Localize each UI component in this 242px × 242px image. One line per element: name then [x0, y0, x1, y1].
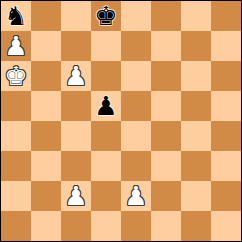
square-d2[interactable]	[91, 181, 121, 211]
square-d3[interactable]	[91, 151, 121, 181]
square-b6[interactable]	[31, 61, 61, 91]
square-g4[interactable]	[181, 121, 211, 151]
square-e7[interactable]	[121, 31, 151, 61]
piece-white-pawn[interactable]: ♟	[64, 181, 87, 211]
square-f6[interactable]	[151, 61, 181, 91]
square-a3[interactable]	[1, 151, 31, 181]
square-g2[interactable]	[181, 181, 211, 211]
square-d4[interactable]	[91, 121, 121, 151]
square-c2[interactable]: ♟	[61, 181, 91, 211]
square-h7[interactable]	[211, 31, 241, 61]
piece-black-knight[interactable]: ♞	[4, 1, 27, 31]
square-b8[interactable]	[31, 1, 61, 31]
square-f4[interactable]	[151, 121, 181, 151]
square-e4[interactable]	[121, 121, 151, 151]
square-a7[interactable]: ♟	[1, 31, 31, 61]
square-b3[interactable]	[31, 151, 61, 181]
square-f2[interactable]	[151, 181, 181, 211]
square-d8[interactable]: ♚	[91, 1, 121, 31]
square-g5[interactable]	[181, 91, 211, 121]
square-d6[interactable]	[91, 61, 121, 91]
square-b4[interactable]	[31, 121, 61, 151]
square-e3[interactable]	[121, 151, 151, 181]
square-d5[interactable]: ♟	[91, 91, 121, 121]
square-e5[interactable]	[121, 91, 151, 121]
square-c4[interactable]	[61, 121, 91, 151]
square-e1[interactable]	[121, 211, 151, 241]
square-h3[interactable]	[211, 151, 241, 181]
square-e6[interactable]	[121, 61, 151, 91]
square-c8[interactable]	[61, 1, 91, 31]
square-g6[interactable]	[181, 61, 211, 91]
square-a6[interactable]: ♚	[1, 61, 31, 91]
square-e2[interactable]: ♟	[121, 181, 151, 211]
square-a4[interactable]	[1, 121, 31, 151]
piece-white-pawn[interactable]: ♟	[4, 31, 27, 61]
piece-black-pawn[interactable]: ♟	[94, 91, 117, 121]
square-a1[interactable]	[1, 211, 31, 241]
piece-black-king[interactable]: ♚	[94, 1, 117, 31]
square-f8[interactable]	[151, 1, 181, 31]
square-g3[interactable]	[181, 151, 211, 181]
square-c1[interactable]	[61, 211, 91, 241]
square-b2[interactable]	[31, 181, 61, 211]
square-a2[interactable]	[1, 181, 31, 211]
square-c5[interactable]	[61, 91, 91, 121]
square-f7[interactable]	[151, 31, 181, 61]
square-f5[interactable]	[151, 91, 181, 121]
piece-white-pawn[interactable]: ♟	[64, 61, 87, 91]
square-b7[interactable]	[31, 31, 61, 61]
square-f1[interactable]	[151, 211, 181, 241]
chess-board: ♞♚♟♚♟♟♟♟	[0, 0, 242, 242]
piece-white-pawn[interactable]: ♟	[124, 181, 147, 211]
square-a5[interactable]	[1, 91, 31, 121]
piece-white-king[interactable]: ♚	[4, 61, 27, 91]
square-h4[interactable]	[211, 121, 241, 151]
square-c6[interactable]: ♟	[61, 61, 91, 91]
square-d7[interactable]	[91, 31, 121, 61]
square-e8[interactable]	[121, 1, 151, 31]
square-c3[interactable]	[61, 151, 91, 181]
square-h5[interactable]	[211, 91, 241, 121]
square-g1[interactable]	[181, 211, 211, 241]
square-g8[interactable]	[181, 1, 211, 31]
square-h8[interactable]	[211, 1, 241, 31]
square-d1[interactable]	[91, 211, 121, 241]
square-g7[interactable]	[181, 31, 211, 61]
square-h6[interactable]	[211, 61, 241, 91]
square-a8[interactable]: ♞	[1, 1, 31, 31]
square-h2[interactable]	[211, 181, 241, 211]
square-c7[interactable]	[61, 31, 91, 61]
square-f3[interactable]	[151, 151, 181, 181]
square-h1[interactable]	[211, 211, 241, 241]
square-b5[interactable]	[31, 91, 61, 121]
square-b1[interactable]	[31, 211, 61, 241]
